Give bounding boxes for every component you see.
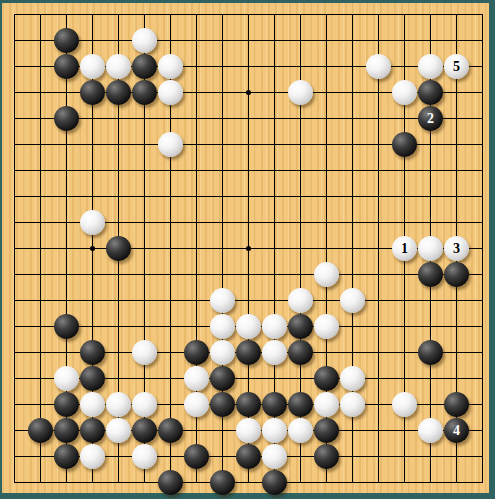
stone-black: [80, 418, 105, 443]
stone-black: [210, 470, 235, 495]
stone-black: [158, 470, 183, 495]
stone-white: [262, 340, 287, 365]
stone-white: [236, 418, 261, 443]
stone-black: 4: [444, 418, 469, 443]
stone-white: [54, 366, 79, 391]
stone-black: [54, 444, 79, 469]
stone-white: [210, 314, 235, 339]
stone-black: [236, 444, 261, 469]
stone-black: [132, 418, 157, 443]
stone-white: [106, 418, 131, 443]
stone-black: [106, 236, 131, 261]
star-point: [246, 90, 251, 95]
stone-white: 3: [444, 236, 469, 261]
grid-line-horizontal: [14, 300, 483, 301]
stone-white: [392, 80, 417, 105]
stone-black: [80, 366, 105, 391]
stone-black: [314, 418, 339, 443]
stone-white: 5: [444, 54, 469, 79]
stone-black: [132, 80, 157, 105]
stone-black: [314, 366, 339, 391]
stone-white: [262, 314, 287, 339]
stone-white: [236, 314, 261, 339]
stone-black: [54, 106, 79, 131]
stone-black: [418, 80, 443, 105]
stone-black: [288, 314, 313, 339]
stone-white: [80, 444, 105, 469]
stone-white: [210, 288, 235, 313]
grid-line-vertical: [482, 14, 483, 483]
stone-black: [106, 80, 131, 105]
stone-black: [236, 340, 261, 365]
stone-black: [236, 392, 261, 417]
stone-black: [184, 340, 209, 365]
stone-white: [392, 392, 417, 417]
stone-black: [444, 392, 469, 417]
stone-white: [210, 340, 235, 365]
stone-white: [366, 54, 391, 79]
stone-black: [158, 418, 183, 443]
stone-white: [80, 210, 105, 235]
grid-line-horizontal: [14, 482, 483, 483]
stone-white: [158, 132, 183, 157]
move-number-label: 3: [453, 242, 460, 256]
stone-black: [314, 444, 339, 469]
stone-white: [288, 418, 313, 443]
move-number-label: 5: [453, 60, 460, 74]
stone-white: [106, 54, 131, 79]
stone-white: [80, 392, 105, 417]
stone-black: [28, 418, 53, 443]
stone-white: [132, 444, 157, 469]
stone-white: [262, 418, 287, 443]
stone-black: 2: [418, 106, 443, 131]
stone-white: [80, 54, 105, 79]
stone-black: [54, 28, 79, 53]
stone-white: [288, 80, 313, 105]
grid-line-horizontal: [14, 274, 483, 275]
move-number-label: 2: [427, 112, 434, 126]
stone-white: [418, 236, 443, 261]
stone-black: [80, 340, 105, 365]
stone-black: [262, 470, 287, 495]
stone-black: [54, 392, 79, 417]
stone-white: [158, 80, 183, 105]
stone-white: [288, 288, 313, 313]
stone-white: [340, 392, 365, 417]
stone-white: [184, 366, 209, 391]
stone-white: [262, 444, 287, 469]
stone-black: [54, 314, 79, 339]
stone-white: [132, 392, 157, 417]
stone-black: [288, 392, 313, 417]
stone-white: [340, 366, 365, 391]
stone-black: [418, 340, 443, 365]
grid-line-vertical: [378, 14, 379, 483]
move-number-label: 1: [401, 242, 408, 256]
stone-white: [106, 392, 131, 417]
stone-black: [210, 366, 235, 391]
stone-white: [132, 28, 157, 53]
stone-black: [132, 54, 157, 79]
stone-black: [262, 392, 287, 417]
stone-white: 1: [392, 236, 417, 261]
stone-white: [184, 392, 209, 417]
stone-black: [210, 392, 235, 417]
stone-white: [418, 418, 443, 443]
stone-white: [314, 262, 339, 287]
stone-black: [54, 54, 79, 79]
applet-frame: 52134: [0, 0, 495, 499]
star-point: [246, 246, 251, 251]
stone-white: [132, 340, 157, 365]
stone-black: [80, 80, 105, 105]
stone-white: [158, 54, 183, 79]
stone-white: [314, 392, 339, 417]
stone-black: [444, 262, 469, 287]
stone-white: [314, 314, 339, 339]
move-number-label: 4: [453, 424, 460, 438]
stone-black: [418, 262, 443, 287]
stone-black: [392, 132, 417, 157]
go-board[interactable]: 52134: [2, 3, 489, 493]
stone-black: [288, 340, 313, 365]
stone-white: [418, 54, 443, 79]
stone-black: [184, 444, 209, 469]
stone-black: [54, 418, 79, 443]
star-point: [90, 246, 95, 251]
stone-white: [340, 288, 365, 313]
